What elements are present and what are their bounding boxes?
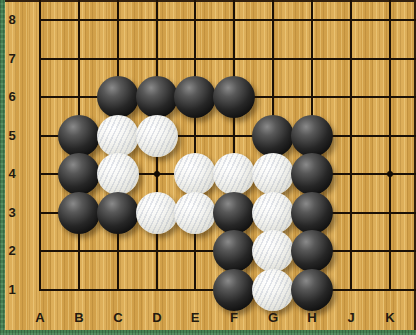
grid-col-line-E <box>194 0 196 291</box>
stone-F3-black <box>213 192 255 234</box>
stone-E4-white <box>174 153 216 195</box>
stone-C3-black <box>97 192 139 234</box>
col-label-A: A <box>28 311 52 325</box>
col-label-G: G <box>261 311 285 325</box>
col-label-K: K <box>378 311 402 325</box>
col-label-F: F <box>222 311 246 325</box>
star-point-D4 <box>154 171 160 177</box>
stone-C5-white <box>97 115 139 157</box>
grid-row-line-7 <box>39 58 416 60</box>
stone-G3-white <box>252 192 294 234</box>
col-label-B: B <box>67 311 91 325</box>
stone-B4-black <box>58 153 100 195</box>
grid-col-line-K <box>389 0 391 291</box>
stone-G4-white <box>252 153 294 195</box>
row-label-8: 8 <box>0 13 24 27</box>
col-label-J: J <box>339 311 363 325</box>
stone-B3-black <box>58 192 100 234</box>
stone-D5-white <box>136 115 178 157</box>
col-label-D: D <box>145 311 169 325</box>
row-label-7: 7 <box>0 52 24 66</box>
stone-F1-black <box>213 269 255 311</box>
col-label-E: E <box>183 311 207 325</box>
stone-C6-black <box>97 76 139 118</box>
grid-col-line-A <box>39 0 41 291</box>
crop-border-top <box>5 0 416 2</box>
col-label-C: C <box>106 311 130 325</box>
stone-C4-white <box>97 153 139 195</box>
row-label-2: 2 <box>0 244 24 258</box>
stone-G2-white <box>252 230 294 272</box>
stone-F6-black <box>213 76 255 118</box>
col-label-H: H <box>300 311 324 325</box>
table-edge-bottom <box>0 330 416 335</box>
stone-F4-white <box>213 153 255 195</box>
stone-H2-black <box>291 230 333 272</box>
row-label-3: 3 <box>0 206 24 220</box>
go-board-screenshot: 87654321 ABCDEFGHJK <box>0 0 416 335</box>
stone-D6-black <box>136 76 178 118</box>
stone-G1-white <box>252 269 294 311</box>
stone-H4-black <box>291 153 333 195</box>
stone-H5-black <box>291 115 333 157</box>
row-label-1: 1 <box>0 283 24 297</box>
grid-row-line-8 <box>39 19 416 21</box>
stone-B5-black <box>58 115 100 157</box>
star-point-K4 <box>387 171 393 177</box>
row-label-5: 5 <box>0 129 24 143</box>
stone-E3-white <box>174 192 216 234</box>
stone-F2-black <box>213 230 255 272</box>
stone-H3-black <box>291 192 333 234</box>
stone-G5-black <box>252 115 294 157</box>
grid-col-line-J <box>350 0 352 291</box>
stone-E6-black <box>174 76 216 118</box>
stone-H1-black <box>291 269 333 311</box>
stone-D3-white <box>136 192 178 234</box>
row-label-4: 4 <box>0 167 24 181</box>
row-label-6: 6 <box>0 90 24 104</box>
